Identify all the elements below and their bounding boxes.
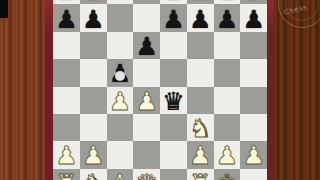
highlight-dot xyxy=(115,71,125,81)
square-d5[interactable] xyxy=(133,59,160,86)
square-c1[interactable]: ♝ xyxy=(107,169,134,180)
square-e3[interactable] xyxy=(160,114,187,141)
square-e5[interactable] xyxy=(160,59,187,86)
square-d6[interactable]: ♟ xyxy=(133,32,160,59)
chess-board[interactable]: ♜♞♚♝♞♜♟♟♟♟♟♟♟♟♟♟♛♞♟♟♟♟♟♜♞♝♛♜♚ xyxy=(53,0,267,180)
corner-notch xyxy=(0,0,8,18)
square-h3[interactable] xyxy=(240,114,267,141)
square-h4[interactable] xyxy=(240,87,267,114)
white-rook[interactable]: ♜ xyxy=(55,171,77,180)
square-a5[interactable] xyxy=(53,59,80,86)
square-g7[interactable]: ♟ xyxy=(214,4,241,31)
square-c6[interactable] xyxy=(107,32,134,59)
video-frame: ♜♞♚♝♞♜♟♟♟♟♟♟♟♟♟♟♛♞♟♟♟♟♟♜♞♝♛♜♚ Chess xyxy=(0,0,320,180)
square-d7[interactable] xyxy=(133,4,160,31)
square-g2[interactable]: ♟ xyxy=(214,141,241,168)
black-pawn[interactable]: ♟ xyxy=(189,7,211,32)
white-pawn[interactable]: ♟ xyxy=(135,89,157,114)
wood-background-right xyxy=(274,0,320,180)
square-b1[interactable]: ♞ xyxy=(80,169,107,180)
black-pawn[interactable]: ♟ xyxy=(135,34,157,59)
square-e2[interactable] xyxy=(160,141,187,168)
white-pawn[interactable]: ♟ xyxy=(216,143,238,168)
square-c2[interactable] xyxy=(107,141,134,168)
white-pawn[interactable]: ♟ xyxy=(55,143,77,168)
square-h5[interactable] xyxy=(240,59,267,86)
square-a2[interactable]: ♟ xyxy=(53,141,80,168)
white-knight[interactable]: ♞ xyxy=(189,116,211,141)
white-pawn[interactable]: ♟ xyxy=(82,143,104,168)
black-pawn[interactable]: ♟ xyxy=(82,7,104,32)
square-b6[interactable] xyxy=(80,32,107,59)
white-pawn[interactable]: ♟ xyxy=(109,89,131,114)
board-frame-left xyxy=(45,0,53,180)
square-d3[interactable] xyxy=(133,114,160,141)
square-f1[interactable]: ♜ xyxy=(187,169,214,180)
black-pawn[interactable]: ♟ xyxy=(242,7,264,32)
square-a3[interactable] xyxy=(53,114,80,141)
square-e4[interactable]: ♛ xyxy=(160,87,187,114)
square-b3[interactable] xyxy=(80,114,107,141)
square-c7[interactable] xyxy=(107,4,134,31)
square-g4[interactable] xyxy=(214,87,241,114)
square-h1[interactable] xyxy=(240,169,267,180)
black-pawn[interactable]: ♟ xyxy=(55,7,77,32)
white-rook[interactable]: ♜ xyxy=(189,171,211,180)
black-queen[interactable]: ♛ xyxy=(162,89,184,114)
square-c5[interactable]: ♟ xyxy=(107,59,134,86)
square-e7[interactable]: ♟ xyxy=(160,4,187,31)
square-e6[interactable] xyxy=(160,32,187,59)
square-d2[interactable] xyxy=(133,141,160,168)
square-e1[interactable] xyxy=(160,169,187,180)
square-f2[interactable]: ♟ xyxy=(187,141,214,168)
square-a1[interactable]: ♜ xyxy=(53,169,80,180)
square-h6[interactable] xyxy=(240,32,267,59)
square-b7[interactable]: ♟ xyxy=(80,4,107,31)
square-a7[interactable]: ♟ xyxy=(53,4,80,31)
square-f6[interactable] xyxy=(187,32,214,59)
square-b4[interactable] xyxy=(80,87,107,114)
square-d1[interactable]: ♛ xyxy=(133,169,160,180)
square-f5[interactable] xyxy=(187,59,214,86)
square-f3[interactable]: ♞ xyxy=(187,114,214,141)
square-d4[interactable]: ♟ xyxy=(133,87,160,114)
square-g5[interactable] xyxy=(214,59,241,86)
square-b2[interactable]: ♟ xyxy=(80,141,107,168)
white-bishop[interactable]: ♝ xyxy=(109,171,131,180)
white-pawn[interactable]: ♟ xyxy=(242,143,264,168)
white-pawn[interactable]: ♟ xyxy=(189,143,211,168)
square-f7[interactable]: ♟ xyxy=(187,4,214,31)
square-g1[interactable]: ♚ xyxy=(214,169,241,180)
wood-background-left xyxy=(0,0,45,180)
square-h7[interactable]: ♟ xyxy=(240,4,267,31)
square-c4[interactable]: ♟ xyxy=(107,87,134,114)
white-king[interactable]: ♚ xyxy=(216,171,238,180)
square-h2[interactable]: ♟ xyxy=(240,141,267,168)
square-a6[interactable] xyxy=(53,32,80,59)
board-frame-right xyxy=(266,0,274,180)
square-g3[interactable] xyxy=(214,114,241,141)
square-f4[interactable] xyxy=(187,87,214,114)
black-pawn[interactable]: ♟ xyxy=(162,7,184,32)
black-pawn[interactable]: ♟ xyxy=(216,7,238,32)
square-b5[interactable] xyxy=(80,59,107,86)
square-a4[interactable] xyxy=(53,87,80,114)
white-queen[interactable]: ♛ xyxy=(135,171,157,180)
white-knight[interactable]: ♞ xyxy=(82,171,104,180)
square-c3[interactable] xyxy=(107,114,134,141)
square-g6[interactable] xyxy=(214,32,241,59)
